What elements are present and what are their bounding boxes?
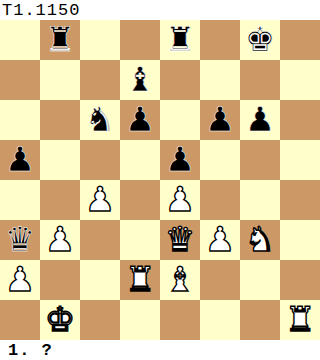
move-prompt: 1. ? bbox=[0, 340, 320, 360]
black-pawn-icon: ♟ bbox=[5, 140, 35, 179]
black-king-icon: ♚ bbox=[245, 20, 275, 59]
square-a4[interactable] bbox=[0, 180, 40, 220]
white-queen-icon: ♛ bbox=[165, 220, 195, 259]
square-f2[interactable] bbox=[200, 260, 240, 300]
square-h6[interactable] bbox=[280, 100, 320, 140]
square-f4[interactable] bbox=[200, 180, 240, 220]
square-a2[interactable]: ♟ bbox=[0, 260, 40, 300]
square-a5[interactable]: ♟ bbox=[0, 140, 40, 180]
square-f8[interactable] bbox=[200, 20, 240, 60]
square-c5[interactable] bbox=[80, 140, 120, 180]
square-b3[interactable]: ♟ bbox=[40, 220, 80, 260]
square-e6[interactable] bbox=[160, 100, 200, 140]
white-pawn-icon: ♟ bbox=[5, 260, 35, 299]
square-d4[interactable] bbox=[120, 180, 160, 220]
chess-puzzle-window: T1.1150 ♜♜♚♝♞♟♟♟♟♟♟♟♛♟♛♟♞♟♜♝♚♜ 1. ? bbox=[0, 0, 320, 360]
square-h1[interactable]: ♜ bbox=[280, 300, 320, 340]
white-pawn-icon: ♟ bbox=[165, 180, 195, 219]
square-a3[interactable]: ♛ bbox=[0, 220, 40, 260]
square-c4[interactable]: ♟ bbox=[80, 180, 120, 220]
square-f1[interactable] bbox=[200, 300, 240, 340]
square-e2[interactable]: ♝ bbox=[160, 260, 200, 300]
square-g4[interactable] bbox=[240, 180, 280, 220]
square-d6[interactable]: ♟ bbox=[120, 100, 160, 140]
square-e4[interactable]: ♟ bbox=[160, 180, 200, 220]
square-b1[interactable]: ♚ bbox=[40, 300, 80, 340]
black-knight-icon: ♞ bbox=[85, 100, 115, 139]
white-king-icon: ♚ bbox=[45, 300, 75, 339]
square-h8[interactable] bbox=[280, 20, 320, 60]
square-h2[interactable] bbox=[280, 260, 320, 300]
square-c2[interactable] bbox=[80, 260, 120, 300]
square-b5[interactable] bbox=[40, 140, 80, 180]
square-d5[interactable] bbox=[120, 140, 160, 180]
square-g1[interactable] bbox=[240, 300, 280, 340]
white-knight-icon: ♞ bbox=[245, 220, 275, 259]
square-e1[interactable] bbox=[160, 300, 200, 340]
square-b2[interactable] bbox=[40, 260, 80, 300]
square-b8[interactable]: ♜ bbox=[40, 20, 80, 60]
square-b4[interactable] bbox=[40, 180, 80, 220]
square-d2[interactable]: ♜ bbox=[120, 260, 160, 300]
square-g5[interactable] bbox=[240, 140, 280, 180]
square-g3[interactable]: ♞ bbox=[240, 220, 280, 260]
square-f7[interactable] bbox=[200, 60, 240, 100]
square-c1[interactable] bbox=[80, 300, 120, 340]
square-c8[interactable] bbox=[80, 20, 120, 60]
white-pawn-icon: ♟ bbox=[85, 180, 115, 219]
square-h7[interactable] bbox=[280, 60, 320, 100]
square-c3[interactable] bbox=[80, 220, 120, 260]
black-pawn-icon: ♟ bbox=[165, 140, 195, 179]
square-d1[interactable] bbox=[120, 300, 160, 340]
square-e8[interactable]: ♜ bbox=[160, 20, 200, 60]
square-d7[interactable]: ♝ bbox=[120, 60, 160, 100]
white-rook-icon: ♜ bbox=[125, 260, 155, 299]
square-a6[interactable] bbox=[0, 100, 40, 140]
square-h3[interactable] bbox=[280, 220, 320, 260]
black-rook-icon: ♜ bbox=[165, 20, 195, 59]
black-pawn-icon: ♟ bbox=[205, 100, 235, 139]
square-h4[interactable] bbox=[280, 180, 320, 220]
square-c7[interactable] bbox=[80, 60, 120, 100]
black-bishop-icon: ♝ bbox=[125, 60, 155, 99]
square-e7[interactable] bbox=[160, 60, 200, 100]
square-f3[interactable]: ♟ bbox=[200, 220, 240, 260]
white-pawn-icon: ♟ bbox=[205, 220, 235, 259]
square-b7[interactable] bbox=[40, 60, 80, 100]
square-h5[interactable] bbox=[280, 140, 320, 180]
square-f6[interactable]: ♟ bbox=[200, 100, 240, 140]
white-bishop-icon: ♝ bbox=[165, 260, 195, 299]
square-a7[interactable] bbox=[0, 60, 40, 100]
puzzle-id: T1.1150 bbox=[0, 0, 320, 20]
square-a8[interactable] bbox=[0, 20, 40, 60]
black-queen-icon: ♛ bbox=[5, 220, 35, 259]
square-g6[interactable]: ♟ bbox=[240, 100, 280, 140]
square-d3[interactable] bbox=[120, 220, 160, 260]
square-f5[interactable] bbox=[200, 140, 240, 180]
black-rook-icon: ♜ bbox=[45, 20, 75, 59]
black-pawn-icon: ♟ bbox=[125, 100, 155, 139]
square-g2[interactable] bbox=[240, 260, 280, 300]
square-b6[interactable] bbox=[40, 100, 80, 140]
black-pawn-icon: ♟ bbox=[245, 100, 275, 139]
white-rook-icon: ♜ bbox=[285, 300, 315, 339]
square-g8[interactable]: ♚ bbox=[240, 20, 280, 60]
chess-board: ♜♜♚♝♞♟♟♟♟♟♟♟♛♟♛♟♞♟♜♝♚♜ bbox=[0, 20, 320, 340]
square-g7[interactable] bbox=[240, 60, 280, 100]
square-d8[interactable] bbox=[120, 20, 160, 60]
square-c6[interactable]: ♞ bbox=[80, 100, 120, 140]
square-e3[interactable]: ♛ bbox=[160, 220, 200, 260]
square-e5[interactable]: ♟ bbox=[160, 140, 200, 180]
square-a1[interactable] bbox=[0, 300, 40, 340]
white-pawn-icon: ♟ bbox=[45, 220, 75, 259]
